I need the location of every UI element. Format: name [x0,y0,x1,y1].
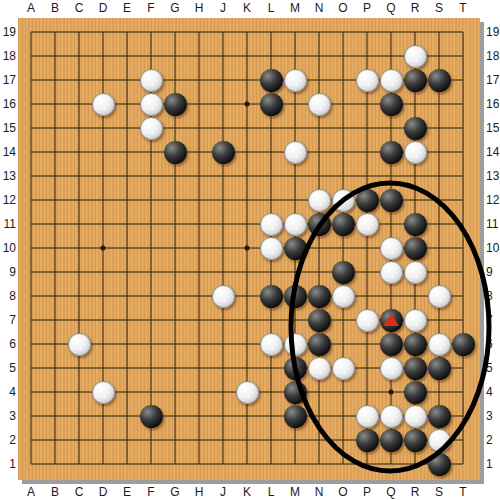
coord-label: 15 [1,122,16,135]
stone [380,141,403,164]
coord-label: B [43,2,67,15]
coord-label: 19 [486,26,500,39]
stone [92,381,115,404]
coord-label: L [259,2,283,15]
stone [332,213,355,236]
coord-label: 13 [486,170,500,183]
coord-label: N [307,486,331,499]
coord-label: R [403,2,427,15]
stone [452,333,475,356]
stone [404,237,427,260]
coord-label: 6 [486,338,500,351]
coord-label: 11 [1,218,16,231]
coord-label: 18 [486,50,500,63]
stone [404,357,427,380]
stone [236,381,259,404]
coord-label: 1 [1,458,16,471]
coord-label: E [115,2,139,15]
coord-label: 14 [486,146,500,159]
coord-label: C [67,2,91,15]
coord-label: F [139,2,163,15]
stone [356,189,379,212]
coord-label: 12 [1,194,16,207]
stone [404,117,427,140]
stone [284,237,307,260]
coord-label: 10 [1,242,16,255]
stone [380,237,403,260]
stone [212,141,235,164]
coord-label: 4 [1,386,16,399]
coord-label: J [211,486,235,499]
stone [356,69,379,92]
stone [68,333,91,356]
stone [356,429,379,452]
stone [260,285,283,308]
stone [260,93,283,116]
stone [284,69,307,92]
stone [284,381,307,404]
coord-label: M [283,2,307,15]
stone [404,141,427,164]
coord-label: 7 [486,314,500,327]
coord-label: 11 [486,218,500,231]
coord-label: C [67,486,91,499]
stone [404,45,427,68]
coord-label: 17 [486,74,500,87]
coord-label: N [307,2,331,15]
go-board [18,18,480,480]
stone [284,285,307,308]
stone [356,309,379,332]
coord-label: 12 [486,194,500,207]
stone [428,357,451,380]
coord-label: 2 [486,434,500,447]
coord-label: G [163,486,187,499]
coord-label: K [235,2,259,15]
stone [332,189,355,212]
coord-label: R [403,486,427,499]
stone [260,69,283,92]
stone [308,189,331,212]
coord-label: T [451,486,475,499]
stone [404,429,427,452]
stone [308,213,331,236]
stone [356,213,379,236]
stone [332,357,355,380]
stone [356,405,379,428]
stone [332,261,355,284]
coord-label: 7 [1,314,16,327]
stone [164,141,187,164]
coord-label: H [187,2,211,15]
stone [404,213,427,236]
coord-label: Q [379,2,403,15]
star-point [101,246,106,251]
star-point [245,246,250,251]
coord-label: J [211,2,235,15]
coord-label: 3 [1,410,16,423]
coord-label: K [235,486,259,499]
coord-label: T [451,2,475,15]
coord-label: S [427,486,451,499]
stone [404,405,427,428]
stone [380,333,403,356]
coord-label: 17 [1,74,16,87]
stone [404,333,427,356]
stone [428,333,451,356]
coord-label: G [163,2,187,15]
stone [380,261,403,284]
stone [380,429,403,452]
stone [404,69,427,92]
stone [140,93,163,116]
coord-label: O [331,2,355,15]
coord-label: D [91,2,115,15]
stone [380,189,403,212]
coord-label: L [259,486,283,499]
coord-label: E [115,486,139,499]
coord-label: Q [379,486,403,499]
stone [380,357,403,380]
stone [332,285,355,308]
stone [284,333,307,356]
stone [284,357,307,380]
coord-label: 9 [1,266,16,279]
coord-label: 14 [1,146,16,159]
stone [260,333,283,356]
stone [308,357,331,380]
coord-label: 3 [486,410,500,423]
coord-label: 15 [486,122,500,135]
coord-label: P [355,2,379,15]
stone [404,261,427,284]
coord-label: P [355,486,379,499]
stone [284,213,307,236]
stone [140,69,163,92]
star-point [389,390,394,395]
coord-label: O [331,486,355,499]
stone [380,93,403,116]
stone [428,285,451,308]
stone [404,309,427,332]
stone [404,381,427,404]
stone [308,93,331,116]
coord-label: A [19,2,43,15]
stone [380,69,403,92]
stone [260,213,283,236]
coord-label: 16 [486,98,500,111]
coord-label: 2 [1,434,16,447]
coord-label: S [427,2,451,15]
coord-label: 13 [1,170,16,183]
stone [308,333,331,356]
stone [428,405,451,428]
stone [140,117,163,140]
coord-label: 18 [1,50,16,63]
stone [308,309,331,332]
stone [284,141,307,164]
stone [212,285,235,308]
stone [164,93,187,116]
go-diagram: AABBCCDDEEFFGGHHJJKKLLMMNNOOPPQQRRSSTT19… [0,0,500,500]
coord-label: F [139,486,163,499]
coord-label: D [91,486,115,499]
coord-label: 10 [486,242,500,255]
coord-label: 9 [486,266,500,279]
coord-label: 8 [1,290,16,303]
coord-label: H [187,486,211,499]
stone [380,405,403,428]
stone [260,237,283,260]
stone [284,405,307,428]
coord-label: A [19,486,43,499]
stone [428,69,451,92]
coord-label: 8 [486,290,500,303]
coord-label: 19 [1,26,16,39]
stone [428,453,451,476]
coord-label: 5 [1,362,16,375]
stone [92,93,115,116]
stone [140,405,163,428]
coord-label: M [283,486,307,499]
stone [428,429,451,452]
coord-label: 6 [1,338,16,351]
star-point [245,102,250,107]
coord-label: 1 [486,458,500,471]
stone [308,285,331,308]
coord-label: 5 [486,362,500,375]
coord-label: 16 [1,98,16,111]
coord-label: 4 [486,386,500,399]
coord-label: B [43,486,67,499]
